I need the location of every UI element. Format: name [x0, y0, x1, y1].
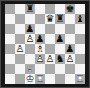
piece-black-knight-f3: ♞: [55, 54, 65, 64]
piece-black-pawn-f5: ♟: [55, 34, 65, 44]
square-f3[interactable]: ♞: [55, 54, 65, 64]
square-g5[interactable]: [65, 34, 75, 44]
piece-white-queen-c2: ♕: [25, 64, 35, 74]
square-g1[interactable]: [65, 74, 75, 84]
piece-black-queen-e7: ♛: [45, 14, 55, 24]
piece-black-rook-f7: ♜: [55, 14, 65, 24]
piece-black-bishop-h7: ♝: [75, 14, 85, 24]
square-d1[interactable]: ♜♖: [35, 74, 45, 84]
square-g6[interactable]: [65, 24, 75, 34]
square-h2[interactable]: [75, 64, 85, 74]
square-f7[interactable]: ♜: [55, 14, 65, 24]
square-c8[interactable]: ♜: [25, 4, 35, 14]
piece-white-king-c1: ♔: [25, 74, 35, 84]
piece-white-pawn-c5: ♙: [25, 34, 35, 44]
square-a1[interactable]: [5, 74, 15, 84]
square-a3[interactable]: [5, 54, 15, 64]
piece-white-pawn-d3: ♙: [35, 54, 45, 64]
square-g8[interactable]: ♚: [65, 4, 75, 14]
square-a2[interactable]: [5, 64, 15, 74]
square-d3[interactable]: ♟♙: [35, 54, 45, 64]
square-f1[interactable]: [55, 74, 65, 84]
square-h3[interactable]: [75, 54, 85, 64]
square-b5[interactable]: [15, 34, 25, 44]
piece-black-pawn-d5: ♟: [35, 34, 45, 44]
piece-white-bishop-d4: ♗: [35, 44, 45, 54]
square-a8[interactable]: [5, 4, 15, 14]
square-d8[interactable]: [35, 4, 45, 14]
square-d5[interactable]: ♟: [35, 34, 45, 44]
square-f6[interactable]: [55, 24, 65, 34]
square-h4[interactable]: [75, 44, 85, 54]
white-pawn-fill-e3: ♟: [45, 54, 55, 64]
square-c3[interactable]: [25, 54, 35, 64]
piece-white-pawn-g3: ♙: [65, 54, 75, 64]
square-c6[interactable]: ♟: [25, 24, 35, 34]
square-b3[interactable]: [15, 54, 25, 64]
square-e5[interactable]: [45, 34, 55, 44]
white-queen-fill-c2: ♛: [25, 64, 35, 74]
square-b4[interactable]: ♟♙: [15, 44, 25, 54]
square-e3[interactable]: ♟♙: [45, 54, 55, 64]
square-g4[interactable]: ♟: [65, 44, 75, 54]
white-rook-fill-h1: ♜: [75, 74, 85, 84]
piece-black-pawn-c6: ♟: [25, 24, 35, 34]
square-b2[interactable]: [15, 64, 25, 74]
square-a6[interactable]: [5, 24, 15, 34]
square-b6[interactable]: [15, 24, 25, 34]
square-c5[interactable]: ♟♙: [25, 34, 35, 44]
square-a7[interactable]: [5, 14, 15, 24]
piece-white-rook-h1: ♖: [75, 74, 85, 84]
piece-black-pawn-g4: ♟: [65, 44, 75, 54]
square-d6[interactable]: [35, 24, 45, 34]
square-h7[interactable]: ♝: [75, 14, 85, 24]
square-g2[interactable]: [65, 64, 75, 74]
piece-white-pawn-e3: ♙: [45, 54, 55, 64]
square-d7[interactable]: [35, 14, 45, 24]
square-f5[interactable]: ♟: [55, 34, 65, 44]
square-e1[interactable]: [45, 74, 55, 84]
piece-black-king-g8: ♚: [65, 4, 75, 14]
square-c7[interactable]: [25, 14, 35, 24]
square-e2[interactable]: [45, 64, 55, 74]
square-e7[interactable]: ♛: [45, 14, 55, 24]
piece-white-pawn-b4: ♙: [15, 44, 25, 54]
square-f4[interactable]: [55, 44, 65, 54]
square-b1[interactable]: [15, 74, 25, 84]
square-g7[interactable]: [65, 14, 75, 24]
chess-board-frame: ♜♚♛♜♝♟♟♙♟♟♟♙♝♗♟♟♙♟♙♞♟♙♛♕♚♔♜♖♜♖: [0, 0, 90, 88]
white-pawn-fill-d3: ♟: [35, 54, 45, 64]
square-b7[interactable]: [15, 14, 25, 24]
white-pawn-fill-b4: ♟: [15, 44, 25, 54]
piece-white-rook-d1: ♖: [35, 74, 45, 84]
white-bishop-fill-d4: ♝: [35, 44, 45, 54]
chess-board: ♜♚♛♜♝♟♟♙♟♟♟♙♝♗♟♟♙♟♙♞♟♙♛♕♚♔♜♖♜♖: [5, 4, 85, 84]
square-h5[interactable]: [75, 34, 85, 44]
square-f8[interactable]: [55, 4, 65, 14]
square-f2[interactable]: [55, 64, 65, 74]
square-h1[interactable]: ♜♖: [75, 74, 85, 84]
square-c1[interactable]: ♚♔: [25, 74, 35, 84]
white-pawn-fill-g3: ♟: [65, 54, 75, 64]
square-b8[interactable]: [15, 4, 25, 14]
piece-black-rook-c8: ♜: [25, 4, 35, 14]
square-d4[interactable]: ♝♗: [35, 44, 45, 54]
white-rook-fill-d1: ♜: [35, 74, 45, 84]
square-e4[interactable]: [45, 44, 55, 54]
square-h6[interactable]: [75, 24, 85, 34]
white-king-fill-c1: ♚: [25, 74, 35, 84]
square-g3[interactable]: ♟♙: [65, 54, 75, 64]
square-c2[interactable]: ♛♕: [25, 64, 35, 74]
square-a4[interactable]: [5, 44, 15, 54]
square-e8[interactable]: [45, 4, 55, 14]
square-e6[interactable]: [45, 24, 55, 34]
white-pawn-fill-c5: ♟: [25, 34, 35, 44]
square-d2[interactable]: [35, 64, 45, 74]
square-h8[interactable]: [75, 4, 85, 14]
square-a5[interactable]: [5, 34, 15, 44]
square-c4[interactable]: [25, 44, 35, 54]
